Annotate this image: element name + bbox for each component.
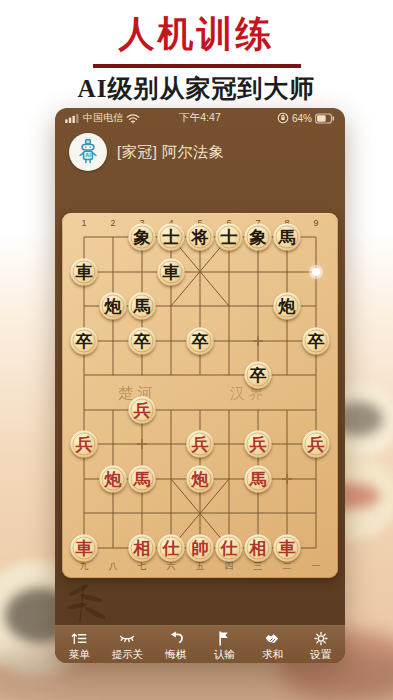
piece-character: 兵	[192, 436, 209, 453]
piece-character: 炮	[105, 470, 122, 487]
piece-character: 車	[76, 263, 93, 280]
bottom-toolbar: 菜单 提示关 悔棋 认输	[55, 625, 345, 663]
piece-red-仕[interactable]: 仕	[216, 535, 243, 562]
piece-character: 相	[134, 540, 151, 557]
offer-draw-button[interactable]: 求和	[248, 626, 296, 663]
resign-button[interactable]: 认输	[200, 626, 248, 663]
status-bar: 下午4:47 中国电信 64%	[55, 108, 345, 128]
handshake-icon	[263, 630, 281, 647]
piece-character: 卒	[76, 332, 93, 349]
piece-character: 兵	[308, 436, 325, 453]
file-number: 1	[81, 218, 86, 228]
avatar[interactable]: AI	[69, 133, 107, 171]
piece-red-車[interactable]: 車	[71, 535, 98, 562]
piece-character: 炮	[279, 298, 296, 315]
piece-character: 卒	[134, 332, 151, 349]
piece-character: 兵	[250, 436, 267, 453]
piece-character: 将	[192, 229, 209, 246]
opponent-bar: AI [家冠] 阿尔法象	[55, 129, 345, 175]
piece-character: 卒	[308, 332, 325, 349]
undo-move-button[interactable]: 悔棋	[152, 626, 200, 663]
piece-black-将[interactable]: 将	[187, 224, 214, 251]
file-number: 一	[312, 561, 321, 571]
title-underline	[93, 64, 301, 68]
piece-character: 馬	[134, 298, 151, 315]
page-title: 人机训练	[0, 10, 393, 59]
piece-character: 卒	[192, 332, 209, 349]
piece-black-馬[interactable]: 馬	[129, 293, 156, 320]
robot-avatar-icon: AI	[74, 138, 102, 166]
bamboo-decoration	[65, 580, 129, 624]
piece-black-卒[interactable]: 卒	[303, 327, 330, 354]
svg-text:AI: AI	[85, 152, 91, 158]
hint-toggle-label: 提示关	[112, 648, 144, 660]
piece-black-炮[interactable]: 炮	[100, 293, 127, 320]
hint-toggle-button[interactable]: 提示关	[103, 626, 151, 663]
file-number: 八	[109, 561, 118, 571]
piece-character: 相	[250, 540, 267, 557]
piece-character: 仕	[163, 540, 180, 557]
battery-percent: 64%	[292, 113, 312, 124]
page-subtitle: AI级别从家冠到大师	[0, 72, 393, 105]
piece-red-帥[interactable]: 帥	[187, 535, 214, 562]
eye-closed-icon	[118, 630, 136, 647]
piece-black-馬[interactable]: 馬	[274, 224, 301, 251]
piece-character: 士	[163, 229, 180, 246]
piece-red-兵[interactable]: 兵	[245, 431, 272, 458]
piece-red-兵[interactable]: 兵	[71, 431, 98, 458]
file-number: 六	[167, 561, 176, 571]
undo-arrow-icon	[167, 630, 185, 647]
hero-header: 人机训练 AI级别从家冠到大师	[0, 0, 393, 105]
piece-red-相[interactable]: 相	[245, 535, 272, 562]
piece-character: 炮	[105, 298, 122, 315]
piece-black-象[interactable]: 象	[129, 224, 156, 251]
piece-black-車[interactable]: 車	[71, 258, 98, 285]
offer-draw-label: 求和	[262, 648, 283, 660]
piece-character: 士	[221, 229, 238, 246]
piece-black-卒[interactable]: 卒	[129, 327, 156, 354]
xiangqi-board[interactable]: 123456789 九八七六五四三二一 楚河 汉界 象士将士象馬車車炮馬炮卒卒卒…	[62, 213, 338, 578]
piece-red-車[interactable]: 車	[274, 535, 301, 562]
file-number: 三	[254, 561, 263, 571]
opponent-name: [家冠] 阿尔法象	[117, 143, 224, 162]
last-move-marker	[312, 268, 320, 276]
piece-character: 帥	[192, 540, 209, 557]
piece-red-兵[interactable]: 兵	[187, 431, 214, 458]
file-number: 九	[80, 561, 89, 571]
menu-icon	[70, 630, 88, 647]
piece-black-炮[interactable]: 炮	[274, 293, 301, 320]
file-number: 五	[196, 561, 205, 571]
piece-character: 馬	[134, 470, 151, 487]
piece-red-相[interactable]: 相	[129, 535, 156, 562]
piece-red-馬[interactable]: 馬	[129, 465, 156, 492]
piece-character: 象	[134, 229, 151, 246]
file-number: 四	[225, 561, 234, 571]
settings-button[interactable]: 设置	[297, 626, 345, 663]
pieces-layer: 楚河 汉界 象士将士象馬車車炮馬炮卒卒卒卒卒兵兵兵兵兵炮馬炮馬車相仕帥仕相車	[84, 237, 316, 548]
piece-character: 炮	[192, 470, 209, 487]
gear-icon	[312, 630, 330, 647]
file-number: 二	[283, 561, 292, 571]
piece-character: 兵	[76, 436, 93, 453]
menu-label: 菜单	[69, 648, 90, 660]
piece-character: 車	[76, 540, 93, 557]
piece-black-卒[interactable]: 卒	[187, 327, 214, 354]
piece-black-士[interactable]: 士	[158, 224, 185, 251]
piece-red-馬[interactable]: 馬	[245, 465, 272, 492]
settings-label: 设置	[310, 648, 331, 660]
piece-character: 兵	[134, 401, 151, 418]
app-screenshot: 下午4:47 中国电信 64%	[55, 108, 345, 663]
piece-character: 象	[250, 229, 267, 246]
piece-black-卒[interactable]: 卒	[245, 362, 272, 389]
piece-black-士[interactable]: 士	[216, 224, 243, 251]
piece-red-炮[interactable]: 炮	[100, 465, 127, 492]
file-number: 七	[138, 561, 147, 571]
piece-character: 卒	[250, 367, 267, 384]
bottom-coords: 九八七六五四三二一	[84, 561, 316, 571]
piece-character: 馬	[279, 229, 296, 246]
battery-icon	[315, 113, 335, 124]
piece-black-卒[interactable]: 卒	[71, 327, 98, 354]
piece-character: 馬	[250, 470, 267, 487]
file-number: 2	[110, 218, 115, 228]
piece-character: 車	[163, 263, 180, 280]
undo-move-label: 悔棋	[165, 648, 186, 660]
resign-label: 认输	[214, 648, 235, 660]
piece-red-兵[interactable]: 兵	[303, 431, 330, 458]
orientation-lock-icon	[277, 112, 289, 124]
piece-black-車[interactable]: 車	[158, 258, 185, 285]
piece-black-象[interactable]: 象	[245, 224, 272, 251]
menu-button[interactable]: 菜单	[55, 626, 103, 663]
piece-red-炮[interactable]: 炮	[187, 465, 214, 492]
flag-icon	[215, 630, 233, 647]
piece-character: 車	[279, 540, 296, 557]
piece-character: 仕	[221, 540, 238, 557]
piece-red-兵[interactable]: 兵	[129, 396, 156, 423]
piece-red-仕[interactable]: 仕	[158, 535, 185, 562]
file-number: 9	[313, 218, 318, 228]
